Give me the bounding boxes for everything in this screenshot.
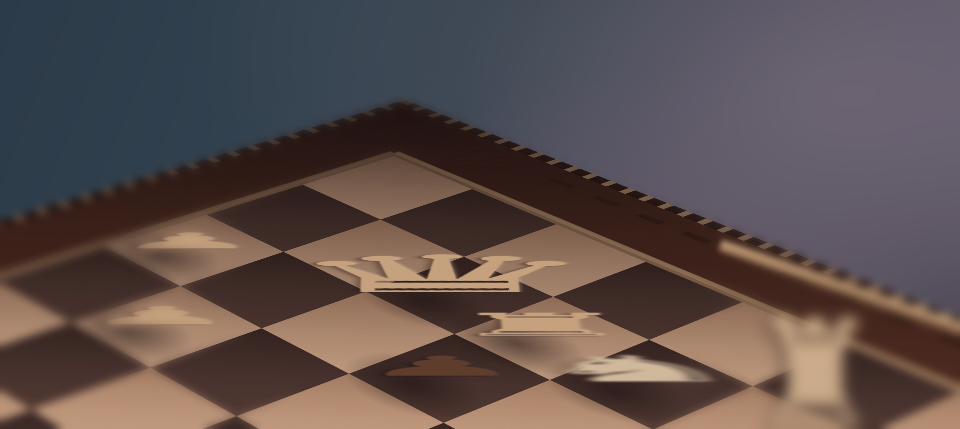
photo-chess-scene: ♛♜♞♟♟♟ ♜: [0, 0, 960, 429]
color-cast-overlay: [0, 0, 960, 429]
